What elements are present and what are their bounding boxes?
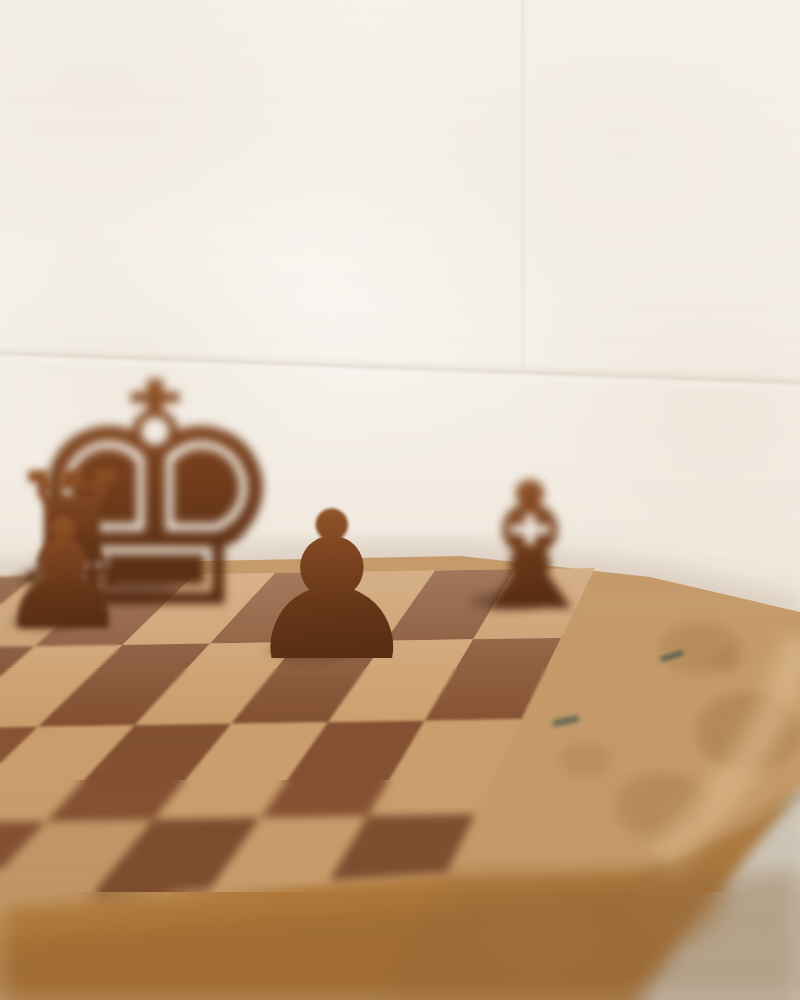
live-edge-figure-blotch [632, 858, 728, 942]
live-edge-figure-blotch [710, 650, 742, 670]
chess-piece-black-bishop-h7[interactable]: ♝ [442, 460, 618, 636]
live-edge-figure-blotch [560, 742, 612, 778]
live-edge-figure-blotch [480, 896, 600, 976]
chess-piece-black-pawn-e6[interactable]: ♟ [230, 485, 435, 690]
chess-piece-black-pawn-b6[interactable]: ♟ [0, 499, 140, 652]
photo-scene: ♚♜♝♟♟ [0, 0, 800, 1000]
